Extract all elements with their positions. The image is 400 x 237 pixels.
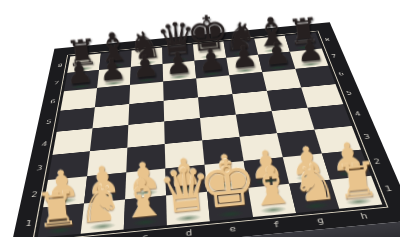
- square-b4[interactable]: [90, 125, 128, 151]
- square-c4[interactable]: [127, 121, 164, 147]
- piece-white-rook-h1[interactable]: ♜: [334, 154, 381, 206]
- rank-label-right-6: 6: [332, 64, 351, 84]
- perspective-scene: ♜♝♞♛♚♞♝♜♟♟♟♟♟♟♟♟♟♟♟♟♟♟♟♟♜♞♝♛♚♝♞♜abcdefgh…: [0, 0, 400, 237]
- square-f6[interactable]: [229, 72, 267, 94]
- rank-label-left-7: 7: [49, 73, 63, 92]
- file-label-e: e: [210, 220, 255, 237]
- piece-black-pawn-a7[interactable]: ♟: [64, 57, 94, 90]
- square-d7[interactable]: ♟: [163, 61, 197, 82]
- square-g7[interactable]: ♟: [258, 52, 295, 72]
- file-label-b: b: [79, 233, 124, 237]
- square-b1[interactable]: ♞: [81, 200, 125, 234]
- square-a6[interactable]: [60, 88, 97, 111]
- rank-label-left-6: 6: [45, 92, 60, 113]
- square-h1[interactable]: ♜: [330, 176, 382, 209]
- file-label-g: g: [297, 212, 344, 228]
- square-e1[interactable]: ♚: [207, 188, 253, 221]
- piece-white-rook-a1[interactable]: ♜: [34, 183, 81, 235]
- rank-label-left-5: 5: [41, 111, 57, 133]
- piece-black-pawn-h7[interactable]: ♟: [295, 34, 325, 67]
- square-f7[interactable]: ♟: [226, 55, 262, 76]
- square-c5[interactable]: [128, 101, 164, 125]
- chess-board[interactable]: ♜♝♞♛♚♞♝♜♟♟♟♟♟♟♟♟♟♟♟♟♟♟♟♟♜♞♝♛♚♝♞♜abcdefgh…: [8, 22, 400, 237]
- piece-white-knight-g1[interactable]: ♞: [290, 156, 340, 210]
- square-a5[interactable]: [57, 107, 95, 131]
- piece-black-pawn-b7[interactable]: ♟: [97, 53, 127, 86]
- board-playing-field[interactable]: ♜♝♞♛♚♞♝♜♟♟♟♟♟♟♟♟♟♟♟♟♟♟♟♟♜♞♝♛♚♝♞♜abcdefgh…: [38, 33, 383, 237]
- rank-label-right-7: 7: [325, 47, 343, 65]
- file-label-h: h: [340, 208, 388, 224]
- board-tilt-wrapper: ♜♝♞♛♚♞♝♜♟♟♟♟♟♟♟♟♟♟♟♟♟♟♟♟♜♞♝♛♚♝♞♜abcdefgh…: [0, 0, 400, 237]
- square-c6[interactable]: [129, 82, 163, 104]
- square-d6[interactable]: [163, 78, 198, 100]
- file-label-c: c: [123, 229, 167, 237]
- square-h7[interactable]: ♟: [290, 49, 328, 69]
- product-photo-frame: ♜♝♞♛♚♞♝♜♟♟♟♟♟♟♟♟♟♟♟♟♟♟♟♟♜♞♝♛♚♝♞♜abcdefgh…: [0, 0, 400, 237]
- square-h6[interactable]: [295, 66, 335, 88]
- piece-black-pawn-d7[interactable]: ♟: [163, 47, 193, 80]
- file-label-f: f: [254, 216, 300, 233]
- piece-black-pawn-c7[interactable]: ♟: [130, 50, 160, 83]
- piece-black-pawn-f7[interactable]: ♟: [229, 41, 259, 74]
- square-g1[interactable]: ♞: [289, 180, 339, 213]
- piece-black-pawn-e7[interactable]: ♟: [196, 44, 226, 77]
- rank-label-right-5: 5: [339, 83, 359, 104]
- rank-label-left-4: 4: [36, 132, 53, 156]
- square-e7[interactable]: ♟: [194, 58, 229, 79]
- square-f1[interactable]: ♝: [248, 184, 296, 217]
- file-label-d: d: [167, 225, 212, 237]
- piece-black-pawn-g7[interactable]: ♟: [262, 37, 292, 70]
